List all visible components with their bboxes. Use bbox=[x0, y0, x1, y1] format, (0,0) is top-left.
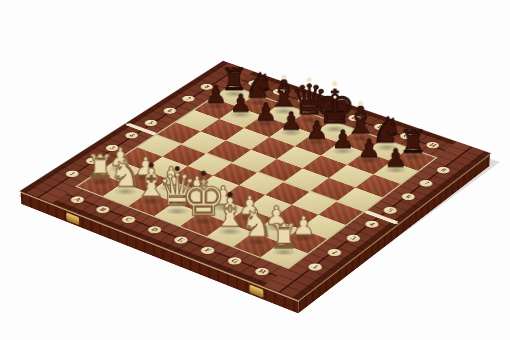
finial-accent bbox=[149, 163, 154, 168]
chess-board: AABBCCDDEEFFGGHH8877665544332211♜♞♝♛♚♝♞♜… bbox=[21, 61, 490, 300]
brass-clasp-right bbox=[250, 284, 264, 298]
finial-accent bbox=[175, 166, 180, 171]
piece-black-pawn-h7[interactable]: ♟ bbox=[374, 114, 418, 172]
square-h6[interactable] bbox=[355, 174, 400, 197]
finial-accent bbox=[201, 171, 206, 176]
rook-glyph: ♜ bbox=[269, 220, 299, 254]
finial-accent bbox=[227, 192, 232, 197]
stage: AABBCCDDEEFFGGHH8877665544332211♜♞♝♛♚♝♞♜… bbox=[0, 0, 510, 340]
finial-accent bbox=[332, 81, 337, 86]
pawn-glyph: ♟ bbox=[384, 146, 406, 171]
brass-clasp-left bbox=[66, 212, 79, 225]
piece-white-rook-h1[interactable]: ♜ bbox=[261, 193, 307, 254]
product-photo: AABBCCDDEEFFGGHH8877665544332211♜♞♝♛♚♝♞♜… bbox=[0, 0, 510, 340]
